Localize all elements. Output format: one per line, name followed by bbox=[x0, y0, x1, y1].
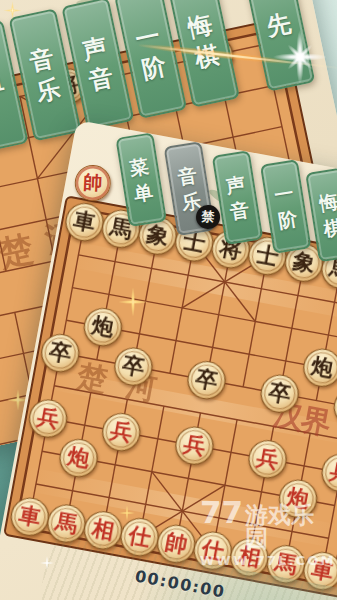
svg-text:兵: 兵 bbox=[180, 431, 207, 460]
menu-tile-label: 音 bbox=[87, 65, 115, 93]
svg-text:相: 相 bbox=[89, 515, 116, 544]
menu-tile-label: 先 bbox=[265, 11, 293, 39]
svg-text:帥: 帥 bbox=[163, 529, 189, 558]
decor-general-char: 帥 bbox=[83, 170, 103, 197]
menu-tile-label: 阶 bbox=[276, 208, 298, 230]
svg-text:炮: 炮 bbox=[65, 443, 92, 472]
svg-text:車: 車 bbox=[71, 207, 98, 236]
menu-tile-label: 一 bbox=[272, 183, 294, 205]
svg-text:象: 象 bbox=[144, 221, 171, 250]
svg-text:馬: 馬 bbox=[53, 508, 80, 537]
svg-text:馬: 馬 bbox=[272, 549, 299, 578]
menu-tile-label: 菜 bbox=[128, 156, 150, 178]
svg-text:卒: 卒 bbox=[194, 365, 220, 394]
svg-text:炮: 炮 bbox=[284, 484, 311, 513]
svg-text:卒: 卒 bbox=[267, 379, 293, 408]
svg-text:炮: 炮 bbox=[308, 353, 335, 382]
svg-text:兵: 兵 bbox=[34, 403, 61, 432]
svg-text:象: 象 bbox=[290, 248, 317, 277]
menu-tile-label: 声 bbox=[224, 174, 246, 196]
svg-text:卒: 卒 bbox=[47, 338, 73, 367]
menu-tile-label: 声 bbox=[80, 34, 108, 62]
svg-text:卒: 卒 bbox=[120, 352, 146, 381]
menu-tile-label: 棋 bbox=[322, 217, 337, 239]
menu-tile-label: 音 bbox=[228, 199, 250, 221]
svg-text:界: 界 bbox=[297, 402, 333, 440]
menu-tile-label: 音 bbox=[28, 45, 56, 73]
menu-tile-label: 单 bbox=[0, 72, 6, 100]
menu-tile-label: 单 bbox=[132, 182, 154, 204]
svg-text:兵: 兵 bbox=[107, 417, 134, 446]
svg-text:兵: 兵 bbox=[254, 444, 281, 473]
svg-text:仕: 仕 bbox=[199, 536, 226, 565]
menu-tile-label: 音 bbox=[176, 165, 198, 187]
menu-tile-label: 悔 bbox=[318, 191, 337, 213]
svg-text:車: 車 bbox=[309, 556, 336, 585]
svg-text:炮: 炮 bbox=[89, 312, 116, 341]
svg-text:車: 車 bbox=[16, 502, 43, 531]
screenshot-root: 楚河 将馬 单音乐声音一阶悔棋先 bbox=[0, 0, 337, 600]
menu-tile-label: 乐 bbox=[34, 76, 62, 104]
svg-text:相: 相 bbox=[235, 542, 262, 571]
svg-text:仕: 仕 bbox=[126, 522, 153, 551]
